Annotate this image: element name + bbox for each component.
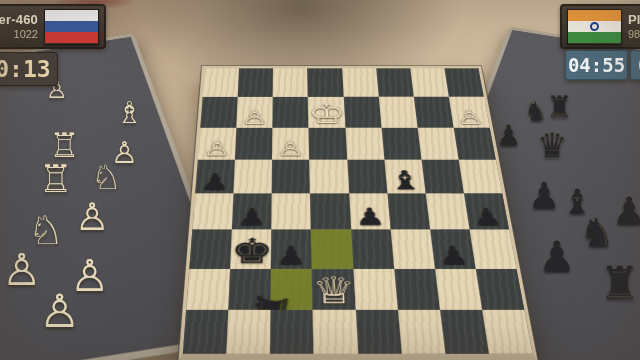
player-rating-left: 1022 xyxy=(14,28,38,41)
square-h7[interactable]: ♙ xyxy=(449,97,490,127)
square-b1[interactable] xyxy=(227,310,271,354)
square-h1[interactable] xyxy=(482,310,533,354)
player-name-right: Pla xyxy=(628,13,640,28)
white-queen[interactable]: ♕ xyxy=(312,272,355,309)
black-pawn[interactable]: ♟ xyxy=(232,205,272,229)
square-d7[interactable]: ♔ xyxy=(308,97,345,127)
ashoka-chakra-icon xyxy=(590,22,599,31)
board-scene: ♙♔♙♙♙♟♝♟♟♟♚♟♟♜♕ xyxy=(202,66,475,348)
square-b6[interactable] xyxy=(235,127,273,159)
square-h4[interactable]: ♟ xyxy=(464,194,509,230)
square-a7[interactable] xyxy=(200,97,237,127)
black-bishop[interactable]: ♝ xyxy=(385,167,426,193)
square-d5[interactable] xyxy=(310,160,349,194)
clock-right-extra: 0 xyxy=(630,50,640,80)
square-c5[interactable] xyxy=(272,160,310,194)
clock-right: 04:55 xyxy=(565,50,628,80)
square-g7[interactable] xyxy=(414,97,454,127)
square-g4[interactable] xyxy=(425,194,469,230)
square-c7[interactable] xyxy=(273,97,309,127)
square-c3[interactable]: ♟ xyxy=(271,230,312,269)
white-pawn[interactable]: ♙ xyxy=(272,138,309,159)
square-a5[interactable]: ♟ xyxy=(195,160,235,194)
player-rating-right: 981 xyxy=(628,28,640,41)
square-c4[interactable] xyxy=(272,194,312,230)
square-e6[interactable] xyxy=(345,127,384,159)
square-d1[interactable] xyxy=(313,310,358,354)
white-pawn[interactable]: ♙ xyxy=(236,107,272,127)
square-d8[interactable] xyxy=(307,68,343,97)
square-e3[interactable] xyxy=(351,230,394,269)
square-f5[interactable]: ♝ xyxy=(384,160,425,194)
square-d3[interactable] xyxy=(311,230,353,269)
square-a2[interactable] xyxy=(186,268,230,309)
square-c6[interactable]: ♙ xyxy=(272,127,309,159)
square-c2[interactable]: ♜ xyxy=(271,268,313,309)
square-a4[interactable] xyxy=(192,194,233,230)
square-h2[interactable] xyxy=(476,268,525,309)
square-e5[interactable] xyxy=(347,160,387,194)
square-h8[interactable] xyxy=(444,68,484,97)
square-g8[interactable] xyxy=(410,68,449,97)
square-e2[interactable] xyxy=(353,268,398,309)
russia-flag-icon xyxy=(44,9,99,45)
square-g3[interactable]: ♟ xyxy=(430,230,476,269)
square-f6[interactable] xyxy=(381,127,421,159)
square-f7[interactable] xyxy=(378,97,417,127)
chess-board[interactable]: ♙♔♙♙♙♟♝♟♟♟♚♟♟♜♕ xyxy=(178,66,538,360)
white-king[interactable]: ♔ xyxy=(308,99,345,126)
square-h5[interactable] xyxy=(458,160,502,194)
square-g5[interactable] xyxy=(421,160,464,194)
square-d2[interactable]: ♕ xyxy=(312,268,355,309)
black-pawn[interactable]: ♟ xyxy=(271,242,312,267)
black-pawn[interactable]: ♟ xyxy=(466,205,509,229)
player-banner-right: Pla 981 xyxy=(560,4,640,49)
square-a6[interactable]: ♙ xyxy=(198,127,237,159)
square-f1[interactable] xyxy=(397,310,445,354)
white-pawn[interactable]: ♙ xyxy=(450,107,489,127)
black-pawn[interactable]: ♟ xyxy=(349,205,390,229)
square-g6[interactable] xyxy=(417,127,458,159)
black-pawn[interactable]: ♟ xyxy=(431,242,475,267)
clock-left: 00:13 xyxy=(0,52,58,86)
square-c8[interactable] xyxy=(273,68,308,97)
square-f2[interactable] xyxy=(394,268,440,309)
square-b8[interactable] xyxy=(238,68,273,97)
square-g1[interactable] xyxy=(440,310,489,354)
player-name-left: Player-460 xyxy=(0,13,38,28)
square-e8[interactable] xyxy=(342,68,379,97)
square-b4[interactable]: ♟ xyxy=(232,194,272,230)
square-a8[interactable] xyxy=(203,68,239,97)
square-b7[interactable]: ♙ xyxy=(236,97,272,127)
black-king[interactable]: ♚ xyxy=(230,233,271,268)
square-g2[interactable] xyxy=(435,268,482,309)
square-d4[interactable] xyxy=(310,194,350,230)
square-d6[interactable] xyxy=(309,127,347,159)
square-b5[interactable] xyxy=(234,160,273,194)
square-f3[interactable] xyxy=(390,230,434,269)
square-f8[interactable] xyxy=(376,68,414,97)
game-screen: ♙♔♙♙♙♟♝♟♟♟♚♟♟♜♕ Player-460 1022 Pla 981 … xyxy=(0,0,640,360)
square-e7[interactable] xyxy=(343,97,381,127)
square-f4[interactable] xyxy=(387,194,430,230)
white-pawn[interactable]: ♙ xyxy=(198,138,236,159)
square-h3[interactable] xyxy=(469,230,516,269)
black-pawn[interactable]: ♟ xyxy=(195,171,234,193)
square-a1[interactable] xyxy=(183,310,229,354)
square-c1[interactable] xyxy=(270,310,314,354)
india-flag-icon xyxy=(567,9,622,45)
square-b3[interactable]: ♚ xyxy=(230,230,271,269)
square-e4[interactable]: ♟ xyxy=(349,194,391,230)
square-e1[interactable] xyxy=(355,310,401,354)
square-a3[interactable] xyxy=(189,230,232,269)
square-h6[interactable] xyxy=(453,127,495,159)
player-banner-left: Player-460 1022 xyxy=(0,4,106,49)
